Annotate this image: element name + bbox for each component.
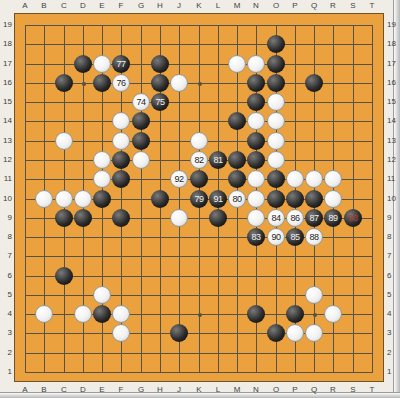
coord-label-left-16: 16 xyxy=(0,78,12,87)
coord-label-bottom-E: E xyxy=(99,385,104,394)
stone-O15[interactable] xyxy=(267,93,285,111)
stone-C10[interactable] xyxy=(55,190,73,208)
coord-label-bottom-N: N xyxy=(253,385,259,394)
stone-D4[interactable] xyxy=(74,305,92,323)
stone-F9[interactable] xyxy=(112,209,130,227)
move-number-89: 89 xyxy=(328,213,337,223)
coord-label-bottom-J: J xyxy=(177,385,181,394)
move-number-90: 90 xyxy=(271,232,280,242)
stone-F12[interactable] xyxy=(112,151,130,169)
stone-D17[interactable] xyxy=(74,55,92,73)
grid-line-v xyxy=(353,25,354,373)
stone-E4[interactable] xyxy=(93,305,111,323)
coord-label-top-A: A xyxy=(22,1,27,10)
move-number-83: 83 xyxy=(251,232,260,242)
coord-label-right-5: 5 xyxy=(387,290,400,299)
stone-N13[interactable] xyxy=(247,132,265,150)
coord-label-right-9: 9 xyxy=(387,213,400,222)
coord-label-left-2: 2 xyxy=(0,348,12,357)
coord-label-bottom-K: K xyxy=(196,385,201,394)
move-number-92: 92 xyxy=(174,174,183,184)
coord-label-bottom-B: B xyxy=(41,385,46,394)
stone-D9[interactable] xyxy=(74,209,92,227)
stone-Q10[interactable] xyxy=(305,190,323,208)
coord-label-right-16: 16 xyxy=(387,78,400,87)
coord-label-top-T: T xyxy=(370,1,375,10)
coord-label-left-4: 4 xyxy=(0,309,12,318)
grid-line-v xyxy=(372,25,373,373)
stone-L12[interactable]: 81 xyxy=(209,151,227,169)
stone-P3[interactable] xyxy=(286,324,304,342)
coord-label-right-14: 14 xyxy=(387,116,400,125)
stone-F13[interactable] xyxy=(112,132,130,150)
coord-label-bottom-C: C xyxy=(61,385,67,394)
coord-label-top-R: R xyxy=(330,1,336,10)
move-number-93: 93 xyxy=(348,213,357,223)
coord-label-bottom-G: G xyxy=(138,385,144,394)
move-number-79: 79 xyxy=(194,194,203,204)
stone-B4[interactable] xyxy=(35,305,53,323)
stone-O9[interactable]: 84 xyxy=(267,209,285,227)
stone-F3[interactable] xyxy=(112,324,130,342)
coord-label-left-11: 11 xyxy=(0,174,12,183)
stone-N9[interactable] xyxy=(247,209,265,227)
coord-label-top-L: L xyxy=(216,1,220,10)
grid-line-h xyxy=(25,256,373,257)
stone-K10[interactable]: 79 xyxy=(190,190,208,208)
go-board-window: AABBCCDDEEFFGGHHJJKKLLMMNNOOPPQQRRSSTT19… xyxy=(0,0,400,398)
stone-G14[interactable] xyxy=(132,112,150,130)
coord-label-left-3: 3 xyxy=(0,328,12,337)
stone-O12[interactable] xyxy=(267,151,285,169)
coord-label-left-6: 6 xyxy=(0,271,12,280)
stone-H10[interactable] xyxy=(151,190,169,208)
coord-label-right-19: 19 xyxy=(387,20,400,29)
stone-J9[interactable] xyxy=(170,209,188,227)
grid-line-h xyxy=(25,372,373,373)
coord-label-bottom-O: O xyxy=(273,385,279,394)
coord-label-right-11: 11 xyxy=(387,174,400,183)
stone-O18[interactable] xyxy=(267,35,285,53)
stone-R4[interactable] xyxy=(324,305,342,323)
coord-label-left-8: 8 xyxy=(0,232,12,241)
stone-N11[interactable] xyxy=(247,170,265,188)
stone-P4[interactable] xyxy=(286,305,304,323)
coord-label-top-N: N xyxy=(253,1,259,10)
coord-label-bottom-F: F xyxy=(119,385,124,394)
coord-label-top-O: O xyxy=(273,1,279,10)
move-number-75: 75 xyxy=(155,97,164,107)
stone-C16[interactable] xyxy=(55,74,73,92)
coord-label-bottom-H: H xyxy=(157,385,163,394)
stone-P9[interactable]: 86 xyxy=(286,209,304,227)
stone-J16[interactable] xyxy=(170,74,188,92)
coord-label-top-C: C xyxy=(61,1,67,10)
stone-K12[interactable]: 82 xyxy=(190,151,208,169)
stone-N4[interactable] xyxy=(247,305,265,323)
stone-E5[interactable] xyxy=(93,286,111,304)
coord-label-bottom-A: A xyxy=(22,385,27,394)
star-point xyxy=(82,82,86,86)
coord-label-right-7: 7 xyxy=(387,251,400,260)
stone-F17[interactable]: 77 xyxy=(112,55,130,73)
stone-G13[interactable] xyxy=(132,132,150,150)
stone-F14[interactable] xyxy=(112,112,130,130)
coord-label-right-13: 13 xyxy=(387,136,400,145)
move-number-77: 77 xyxy=(116,59,125,69)
stone-S9[interactable]: 93 xyxy=(344,209,362,227)
stone-L9[interactable] xyxy=(209,209,227,227)
move-number-80: 80 xyxy=(232,194,241,204)
stone-J11[interactable]: 92 xyxy=(170,170,188,188)
coord-label-top-G: G xyxy=(138,1,144,10)
stone-C13[interactable] xyxy=(55,132,73,150)
stone-C9[interactable] xyxy=(55,209,73,227)
stone-N12[interactable] xyxy=(247,151,265,169)
coord-label-top-F: F xyxy=(119,1,124,10)
stone-N15[interactable] xyxy=(247,93,265,111)
stone-O16[interactable] xyxy=(267,74,285,92)
stone-O3[interactable] xyxy=(267,324,285,342)
stone-F11[interactable] xyxy=(112,170,130,188)
move-number-86: 86 xyxy=(290,213,299,223)
stone-Q11[interactable] xyxy=(305,170,323,188)
stone-G12[interactable] xyxy=(132,151,150,169)
stone-P10[interactable] xyxy=(286,190,304,208)
stone-R9[interactable]: 89 xyxy=(324,209,342,227)
coord-label-top-D: D xyxy=(80,1,86,10)
move-number-81: 81 xyxy=(213,155,222,165)
stone-E10[interactable] xyxy=(93,190,111,208)
stone-H17[interactable] xyxy=(151,55,169,73)
stone-J3[interactable] xyxy=(170,324,188,342)
stone-E16[interactable] xyxy=(93,74,111,92)
stone-M17[interactable] xyxy=(228,55,246,73)
stone-E17[interactable] xyxy=(93,55,111,73)
star-point xyxy=(313,313,317,317)
stone-K11[interactable] xyxy=(190,170,208,188)
stone-G15[interactable]: 74 xyxy=(132,93,150,111)
stone-N17[interactable] xyxy=(247,55,265,73)
stone-Q3[interactable] xyxy=(305,324,323,342)
coord-label-right-18: 18 xyxy=(387,39,400,48)
star-point xyxy=(198,82,202,86)
move-number-76: 76 xyxy=(116,78,125,88)
coord-label-left-1: 1 xyxy=(0,367,12,376)
coord-label-left-12: 12 xyxy=(0,155,12,164)
coord-label-right-10: 10 xyxy=(387,194,400,203)
stone-F4[interactable] xyxy=(112,305,130,323)
coord-label-top-S: S xyxy=(350,1,355,10)
stone-D10[interactable] xyxy=(74,190,92,208)
coord-label-bottom-L: L xyxy=(216,385,220,394)
coord-label-left-5: 5 xyxy=(0,290,12,299)
coord-label-right-17: 17 xyxy=(387,59,400,68)
coord-label-left-10: 10 xyxy=(0,194,12,203)
stone-M10[interactable]: 80 xyxy=(228,190,246,208)
coord-label-bottom-T: T xyxy=(370,385,375,394)
stone-B10[interactable] xyxy=(35,190,53,208)
stone-M14[interactable] xyxy=(228,112,246,130)
stone-O11[interactable] xyxy=(267,170,285,188)
coord-label-top-M: M xyxy=(234,1,241,10)
stone-O14[interactable] xyxy=(267,112,285,130)
move-number-91: 91 xyxy=(213,194,222,204)
stone-R10[interactable] xyxy=(324,190,342,208)
star-point xyxy=(198,313,202,317)
coord-label-bottom-D: D xyxy=(80,385,86,394)
stone-O10[interactable] xyxy=(267,190,285,208)
stone-H16[interactable] xyxy=(151,74,169,92)
move-number-74: 74 xyxy=(136,97,145,107)
stone-E12[interactable] xyxy=(93,151,111,169)
coord-label-bottom-S: S xyxy=(350,385,355,394)
coord-label-top-E: E xyxy=(99,1,104,10)
move-number-82: 82 xyxy=(194,155,203,165)
stone-H15[interactable]: 75 xyxy=(151,93,169,111)
coord-label-top-K: K xyxy=(196,1,201,10)
stone-N10[interactable] xyxy=(247,190,265,208)
coord-label-bottom-Q: Q xyxy=(311,385,317,394)
stone-M12[interactable] xyxy=(228,151,246,169)
stone-L10[interactable]: 91 xyxy=(209,190,227,208)
coord-label-right-1: 1 xyxy=(387,367,400,376)
coord-label-left-19: 19 xyxy=(0,20,12,29)
move-number-88: 88 xyxy=(309,232,318,242)
coord-label-top-J: J xyxy=(177,1,181,10)
coord-label-right-3: 3 xyxy=(387,328,400,337)
stone-O8[interactable]: 90 xyxy=(267,228,285,246)
coord-label-right-15: 15 xyxy=(387,97,400,106)
coord-label-left-15: 15 xyxy=(0,97,12,106)
coord-label-right-4: 4 xyxy=(387,309,400,318)
stone-Q16[interactable] xyxy=(305,74,323,92)
stone-P8[interactable]: 85 xyxy=(286,228,304,246)
coord-label-top-P: P xyxy=(292,1,297,10)
coord-label-bottom-M: M xyxy=(234,385,241,394)
stone-N8[interactable]: 83 xyxy=(247,228,265,246)
coord-label-right-2: 2 xyxy=(387,348,400,357)
coord-label-bottom-R: R xyxy=(330,385,336,394)
coord-label-left-18: 18 xyxy=(0,39,12,48)
coord-label-left-17: 17 xyxy=(0,59,12,68)
coord-label-left-13: 13 xyxy=(0,136,12,145)
move-number-85: 85 xyxy=(290,232,299,242)
coord-label-right-6: 6 xyxy=(387,271,400,280)
stone-P11[interactable] xyxy=(286,170,304,188)
stone-F16[interactable]: 76 xyxy=(112,74,130,92)
coord-label-right-12: 12 xyxy=(387,155,400,164)
move-number-84: 84 xyxy=(271,213,280,223)
stone-R11[interactable] xyxy=(324,170,342,188)
coord-label-left-9: 9 xyxy=(0,213,12,222)
coord-label-left-14: 14 xyxy=(0,116,12,125)
grid-line-h xyxy=(25,276,373,277)
stone-E11[interactable] xyxy=(93,170,111,188)
coord-label-right-8: 8 xyxy=(387,232,400,241)
move-number-87: 87 xyxy=(309,213,318,223)
stone-N16[interactable] xyxy=(247,74,265,92)
stone-Q9[interactable]: 87 xyxy=(305,209,323,227)
stone-M11[interactable] xyxy=(228,170,246,188)
stone-C6[interactable] xyxy=(55,267,73,285)
coord-label-top-Q: Q xyxy=(311,1,317,10)
coord-label-top-B: B xyxy=(41,1,46,10)
stone-K13[interactable] xyxy=(190,132,208,150)
stone-Q5[interactable] xyxy=(305,286,323,304)
coord-label-left-7: 7 xyxy=(0,251,12,260)
coord-label-top-H: H xyxy=(157,1,163,10)
stone-O13[interactable] xyxy=(267,132,285,150)
stone-Q8[interactable]: 88 xyxy=(305,228,323,246)
stone-O17[interactable] xyxy=(267,55,285,73)
grid-line-h xyxy=(25,353,373,354)
stone-N14[interactable] xyxy=(247,112,265,130)
coord-label-bottom-P: P xyxy=(292,385,297,394)
